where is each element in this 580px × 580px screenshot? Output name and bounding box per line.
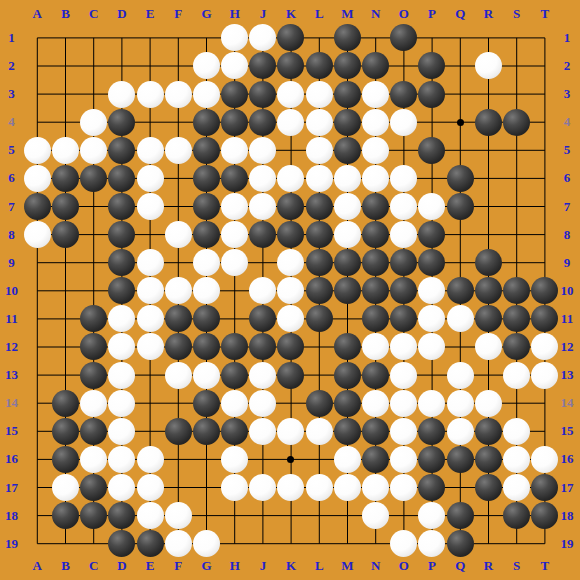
intersection-S15[interactable] <box>502 417 530 445</box>
intersection-A1[interactable] <box>23 24 51 52</box>
intersection-H9[interactable] <box>221 249 249 277</box>
intersection-E10[interactable] <box>136 277 164 305</box>
intersection-N5[interactable] <box>361 136 389 164</box>
intersection-Q8[interactable] <box>446 221 474 249</box>
intersection-B14[interactable] <box>51 389 79 417</box>
intersection-P13[interactable] <box>418 361 446 389</box>
intersection-H18[interactable] <box>221 501 249 529</box>
intersection-D2[interactable] <box>108 52 136 80</box>
intersection-L15[interactable] <box>305 417 333 445</box>
intersection-P2[interactable] <box>418 52 446 80</box>
intersection-H1[interactable] <box>221 24 249 52</box>
intersection-L1[interactable] <box>305 24 333 52</box>
intersection-F5[interactable] <box>164 136 192 164</box>
intersection-Q14[interactable] <box>446 389 474 417</box>
intersection-B18[interactable] <box>51 501 79 529</box>
intersection-A4[interactable] <box>23 108 51 136</box>
intersection-F15[interactable] <box>164 417 192 445</box>
intersection-S3[interactable] <box>502 80 530 108</box>
intersection-C3[interactable] <box>80 80 108 108</box>
intersection-H14[interactable] <box>221 389 249 417</box>
intersection-K18[interactable] <box>277 501 305 529</box>
intersection-D19[interactable] <box>108 530 136 558</box>
intersection-K9[interactable] <box>277 249 305 277</box>
intersection-N15[interactable] <box>361 417 389 445</box>
intersection-N4[interactable] <box>361 108 389 136</box>
intersection-E11[interactable] <box>136 305 164 333</box>
intersection-G11[interactable] <box>192 305 220 333</box>
intersection-Q10[interactable] <box>446 277 474 305</box>
intersection-F3[interactable] <box>164 80 192 108</box>
intersection-D16[interactable] <box>108 445 136 473</box>
intersection-M9[interactable] <box>333 249 361 277</box>
intersection-G18[interactable] <box>192 501 220 529</box>
intersection-T8[interactable] <box>531 221 559 249</box>
intersection-O8[interactable] <box>390 221 418 249</box>
intersection-C4[interactable] <box>80 108 108 136</box>
intersection-F16[interactable] <box>164 445 192 473</box>
intersection-M16[interactable] <box>333 445 361 473</box>
intersection-J17[interactable] <box>249 473 277 501</box>
intersection-E17[interactable] <box>136 473 164 501</box>
intersection-H13[interactable] <box>221 361 249 389</box>
intersection-K13[interactable] <box>277 361 305 389</box>
intersection-K4[interactable] <box>277 108 305 136</box>
intersection-A2[interactable] <box>23 52 51 80</box>
intersection-D17[interactable] <box>108 473 136 501</box>
intersection-A17[interactable] <box>23 473 51 501</box>
intersection-L7[interactable] <box>305 192 333 220</box>
intersection-E2[interactable] <box>136 52 164 80</box>
intersection-Q6[interactable] <box>446 164 474 192</box>
intersection-Q11[interactable] <box>446 305 474 333</box>
intersection-K19[interactable] <box>277 530 305 558</box>
intersection-H5[interactable] <box>221 136 249 164</box>
intersection-M2[interactable] <box>333 52 361 80</box>
intersection-K12[interactable] <box>277 333 305 361</box>
intersection-H11[interactable] <box>221 305 249 333</box>
intersection-T9[interactable] <box>531 249 559 277</box>
intersection-P4[interactable] <box>418 108 446 136</box>
intersection-A8[interactable] <box>23 221 51 249</box>
intersection-A16[interactable] <box>23 445 51 473</box>
intersection-P16[interactable] <box>418 445 446 473</box>
intersection-P12[interactable] <box>418 333 446 361</box>
intersection-H4[interactable] <box>221 108 249 136</box>
intersection-E16[interactable] <box>136 445 164 473</box>
intersection-B17[interactable] <box>51 473 79 501</box>
intersection-E19[interactable] <box>136 530 164 558</box>
intersection-R2[interactable] <box>474 52 502 80</box>
intersection-B1[interactable] <box>51 24 79 52</box>
intersection-L13[interactable] <box>305 361 333 389</box>
intersection-A10[interactable] <box>23 277 51 305</box>
intersection-C2[interactable] <box>80 52 108 80</box>
intersection-O1[interactable] <box>390 24 418 52</box>
intersection-K14[interactable] <box>277 389 305 417</box>
intersection-T10[interactable] <box>531 277 559 305</box>
intersection-F7[interactable] <box>164 192 192 220</box>
intersection-B8[interactable] <box>51 221 79 249</box>
intersection-B3[interactable] <box>51 80 79 108</box>
intersection-E5[interactable] <box>136 136 164 164</box>
intersection-M15[interactable] <box>333 417 361 445</box>
intersection-C18[interactable] <box>80 501 108 529</box>
intersection-F17[interactable] <box>164 473 192 501</box>
intersection-G8[interactable] <box>192 221 220 249</box>
intersection-S6[interactable] <box>502 164 530 192</box>
intersection-A11[interactable] <box>23 305 51 333</box>
intersection-P9[interactable] <box>418 249 446 277</box>
intersection-D14[interactable] <box>108 389 136 417</box>
intersection-H6[interactable] <box>221 164 249 192</box>
intersection-R14[interactable] <box>474 389 502 417</box>
intersection-J11[interactable] <box>249 305 277 333</box>
intersection-O13[interactable] <box>390 361 418 389</box>
intersection-G15[interactable] <box>192 417 220 445</box>
intersection-F4[interactable] <box>164 108 192 136</box>
intersection-J7[interactable] <box>249 192 277 220</box>
intersection-A12[interactable] <box>23 333 51 361</box>
intersection-A18[interactable] <box>23 501 51 529</box>
intersection-O19[interactable] <box>390 530 418 558</box>
intersection-F12[interactable] <box>164 333 192 361</box>
intersection-E6[interactable] <box>136 164 164 192</box>
intersection-F1[interactable] <box>164 24 192 52</box>
intersection-J18[interactable] <box>249 501 277 529</box>
intersection-T15[interactable] <box>531 417 559 445</box>
intersection-F19[interactable] <box>164 530 192 558</box>
intersection-F10[interactable] <box>164 277 192 305</box>
intersection-G5[interactable] <box>192 136 220 164</box>
intersection-A5[interactable] <box>23 136 51 164</box>
intersection-B16[interactable] <box>51 445 79 473</box>
intersection-C13[interactable] <box>80 361 108 389</box>
intersection-B7[interactable] <box>51 192 79 220</box>
intersection-L4[interactable] <box>305 108 333 136</box>
intersection-S9[interactable] <box>502 249 530 277</box>
intersection-C8[interactable] <box>80 221 108 249</box>
intersection-Q17[interactable] <box>446 473 474 501</box>
intersection-L10[interactable] <box>305 277 333 305</box>
intersection-K1[interactable] <box>277 24 305 52</box>
intersection-H7[interactable] <box>221 192 249 220</box>
intersection-L12[interactable] <box>305 333 333 361</box>
intersection-M10[interactable] <box>333 277 361 305</box>
intersection-F2[interactable] <box>164 52 192 80</box>
intersection-S16[interactable] <box>502 445 530 473</box>
intersection-K11[interactable] <box>277 305 305 333</box>
intersection-J1[interactable] <box>249 24 277 52</box>
intersection-C11[interactable] <box>80 305 108 333</box>
intersection-J3[interactable] <box>249 80 277 108</box>
intersection-J10[interactable] <box>249 277 277 305</box>
intersection-G4[interactable] <box>192 108 220 136</box>
intersection-M12[interactable] <box>333 333 361 361</box>
intersection-S14[interactable] <box>502 389 530 417</box>
intersection-O10[interactable] <box>390 277 418 305</box>
intersection-T2[interactable] <box>531 52 559 80</box>
intersection-N2[interactable] <box>361 52 389 80</box>
intersection-H15[interactable] <box>221 417 249 445</box>
intersection-G13[interactable] <box>192 361 220 389</box>
intersection-C16[interactable] <box>80 445 108 473</box>
intersection-G3[interactable] <box>192 80 220 108</box>
intersection-S17[interactable] <box>502 473 530 501</box>
intersection-M7[interactable] <box>333 192 361 220</box>
intersection-M11[interactable] <box>333 305 361 333</box>
intersection-T16[interactable] <box>531 445 559 473</box>
intersection-R7[interactable] <box>474 192 502 220</box>
intersection-G2[interactable] <box>192 52 220 80</box>
intersection-K3[interactable] <box>277 80 305 108</box>
intersection-R1[interactable] <box>474 24 502 52</box>
intersection-N7[interactable] <box>361 192 389 220</box>
intersection-J2[interactable] <box>249 52 277 80</box>
intersection-P6[interactable] <box>418 164 446 192</box>
intersection-H12[interactable] <box>221 333 249 361</box>
intersection-L5[interactable] <box>305 136 333 164</box>
intersection-K7[interactable] <box>277 192 305 220</box>
intersection-Q5[interactable] <box>446 136 474 164</box>
intersection-M3[interactable] <box>333 80 361 108</box>
intersection-N14[interactable] <box>361 389 389 417</box>
intersection-Q1[interactable] <box>446 24 474 52</box>
intersection-O4[interactable] <box>390 108 418 136</box>
intersection-O7[interactable] <box>390 192 418 220</box>
intersection-P10[interactable] <box>418 277 446 305</box>
intersection-G14[interactable] <box>192 389 220 417</box>
intersection-R5[interactable] <box>474 136 502 164</box>
intersection-F13[interactable] <box>164 361 192 389</box>
intersection-F6[interactable] <box>164 164 192 192</box>
intersection-R19[interactable] <box>474 530 502 558</box>
intersection-S19[interactable] <box>502 530 530 558</box>
intersection-E9[interactable] <box>136 249 164 277</box>
intersection-D13[interactable] <box>108 361 136 389</box>
intersection-D7[interactable] <box>108 192 136 220</box>
intersection-P15[interactable] <box>418 417 446 445</box>
intersection-H19[interactable] <box>221 530 249 558</box>
intersection-S5[interactable] <box>502 136 530 164</box>
intersection-N3[interactable] <box>361 80 389 108</box>
intersection-H17[interactable] <box>221 473 249 501</box>
intersection-Q9[interactable] <box>446 249 474 277</box>
intersection-O15[interactable] <box>390 417 418 445</box>
intersection-M19[interactable] <box>333 530 361 558</box>
intersection-J8[interactable] <box>249 221 277 249</box>
intersection-N13[interactable] <box>361 361 389 389</box>
intersection-D8[interactable] <box>108 221 136 249</box>
intersection-G1[interactable] <box>192 24 220 52</box>
intersection-Q3[interactable] <box>446 80 474 108</box>
intersection-C1[interactable] <box>80 24 108 52</box>
intersection-G16[interactable] <box>192 445 220 473</box>
intersection-S7[interactable] <box>502 192 530 220</box>
intersection-B4[interactable] <box>51 108 79 136</box>
intersection-C10[interactable] <box>80 277 108 305</box>
intersection-J13[interactable] <box>249 361 277 389</box>
intersection-D15[interactable] <box>108 417 136 445</box>
intersection-M14[interactable] <box>333 389 361 417</box>
intersection-D11[interactable] <box>108 305 136 333</box>
intersection-M18[interactable] <box>333 501 361 529</box>
intersection-P3[interactable] <box>418 80 446 108</box>
intersection-G7[interactable] <box>192 192 220 220</box>
intersection-Q2[interactable] <box>446 52 474 80</box>
intersection-A6[interactable] <box>23 164 51 192</box>
intersection-K17[interactable] <box>277 473 305 501</box>
intersection-E8[interactable] <box>136 221 164 249</box>
intersection-O9[interactable] <box>390 249 418 277</box>
intersection-B15[interactable] <box>51 417 79 445</box>
intersection-J14[interactable] <box>249 389 277 417</box>
intersection-E18[interactable] <box>136 501 164 529</box>
intersection-Q16[interactable] <box>446 445 474 473</box>
intersection-H2[interactable] <box>221 52 249 80</box>
intersection-C19[interactable] <box>80 530 108 558</box>
intersection-T12[interactable] <box>531 333 559 361</box>
intersection-O12[interactable] <box>390 333 418 361</box>
intersection-N11[interactable] <box>361 305 389 333</box>
intersection-F8[interactable] <box>164 221 192 249</box>
intersection-B13[interactable] <box>51 361 79 389</box>
intersection-F14[interactable] <box>164 389 192 417</box>
intersection-M1[interactable] <box>333 24 361 52</box>
intersection-B11[interactable] <box>51 305 79 333</box>
intersection-R8[interactable] <box>474 221 502 249</box>
intersection-R15[interactable] <box>474 417 502 445</box>
intersection-D9[interactable] <box>108 249 136 277</box>
intersection-D12[interactable] <box>108 333 136 361</box>
intersection-P1[interactable] <box>418 24 446 52</box>
intersection-J9[interactable] <box>249 249 277 277</box>
intersection-N12[interactable] <box>361 333 389 361</box>
intersection-M17[interactable] <box>333 473 361 501</box>
intersection-M4[interactable] <box>333 108 361 136</box>
intersection-C5[interactable] <box>80 136 108 164</box>
intersection-P17[interactable] <box>418 473 446 501</box>
intersection-S10[interactable] <box>502 277 530 305</box>
intersection-D18[interactable] <box>108 501 136 529</box>
intersection-L8[interactable] <box>305 221 333 249</box>
intersection-O17[interactable] <box>390 473 418 501</box>
intersection-C7[interactable] <box>80 192 108 220</box>
intersection-J15[interactable] <box>249 417 277 445</box>
intersection-E14[interactable] <box>136 389 164 417</box>
intersection-T4[interactable] <box>531 108 559 136</box>
intersection-D1[interactable] <box>108 24 136 52</box>
intersection-K15[interactable] <box>277 417 305 445</box>
intersection-B5[interactable] <box>51 136 79 164</box>
intersection-O6[interactable] <box>390 164 418 192</box>
intersection-P19[interactable] <box>418 530 446 558</box>
intersection-B9[interactable] <box>51 249 79 277</box>
intersection-K6[interactable] <box>277 164 305 192</box>
intersection-M8[interactable] <box>333 221 361 249</box>
intersection-A7[interactable] <box>23 192 51 220</box>
intersection-P18[interactable] <box>418 501 446 529</box>
intersection-Q7[interactable] <box>446 192 474 220</box>
intersection-A3[interactable] <box>23 80 51 108</box>
intersection-B6[interactable] <box>51 164 79 192</box>
intersection-R10[interactable] <box>474 277 502 305</box>
intersection-D6[interactable] <box>108 164 136 192</box>
intersection-M13[interactable] <box>333 361 361 389</box>
intersection-L18[interactable] <box>305 501 333 529</box>
intersection-Q13[interactable] <box>446 361 474 389</box>
intersection-T1[interactable] <box>531 24 559 52</box>
intersection-L9[interactable] <box>305 249 333 277</box>
intersection-S12[interactable] <box>502 333 530 361</box>
intersection-S4[interactable] <box>502 108 530 136</box>
intersection-P7[interactable] <box>418 192 446 220</box>
intersection-E3[interactable] <box>136 80 164 108</box>
intersection-G10[interactable] <box>192 277 220 305</box>
intersection-C14[interactable] <box>80 389 108 417</box>
intersection-L6[interactable] <box>305 164 333 192</box>
intersection-D5[interactable] <box>108 136 136 164</box>
intersection-B2[interactable] <box>51 52 79 80</box>
intersection-P8[interactable] <box>418 221 446 249</box>
intersection-A14[interactable] <box>23 389 51 417</box>
intersection-C17[interactable] <box>80 473 108 501</box>
intersection-D10[interactable] <box>108 277 136 305</box>
intersection-L2[interactable] <box>305 52 333 80</box>
intersection-N1[interactable] <box>361 24 389 52</box>
intersection-R17[interactable] <box>474 473 502 501</box>
intersection-G12[interactable] <box>192 333 220 361</box>
intersection-S18[interactable] <box>502 501 530 529</box>
intersection-T5[interactable] <box>531 136 559 164</box>
intersection-O16[interactable] <box>390 445 418 473</box>
intersection-N10[interactable] <box>361 277 389 305</box>
intersection-N9[interactable] <box>361 249 389 277</box>
intersection-E1[interactable] <box>136 24 164 52</box>
intersection-S1[interactable] <box>502 24 530 52</box>
intersection-T11[interactable] <box>531 305 559 333</box>
intersection-R11[interactable] <box>474 305 502 333</box>
intersection-N19[interactable] <box>361 530 389 558</box>
intersection-R12[interactable] <box>474 333 502 361</box>
intersection-L11[interactable] <box>305 305 333 333</box>
intersection-F11[interactable] <box>164 305 192 333</box>
intersection-J16[interactable] <box>249 445 277 473</box>
intersection-L17[interactable] <box>305 473 333 501</box>
intersection-M5[interactable] <box>333 136 361 164</box>
intersection-G9[interactable] <box>192 249 220 277</box>
intersection-C15[interactable] <box>80 417 108 445</box>
intersection-D4[interactable] <box>108 108 136 136</box>
intersection-H3[interactable] <box>221 80 249 108</box>
intersection-B19[interactable] <box>51 530 79 558</box>
intersection-N18[interactable] <box>361 501 389 529</box>
intersection-F18[interactable] <box>164 501 192 529</box>
intersection-H10[interactable] <box>221 277 249 305</box>
intersection-H16[interactable] <box>221 445 249 473</box>
intersection-R3[interactable] <box>474 80 502 108</box>
intersection-S13[interactable] <box>502 361 530 389</box>
intersection-J12[interactable] <box>249 333 277 361</box>
intersection-Q4[interactable] <box>446 108 474 136</box>
intersection-S11[interactable] <box>502 305 530 333</box>
intersection-E7[interactable] <box>136 192 164 220</box>
intersection-E12[interactable] <box>136 333 164 361</box>
intersection-O2[interactable] <box>390 52 418 80</box>
intersection-R9[interactable] <box>474 249 502 277</box>
intersection-J5[interactable] <box>249 136 277 164</box>
intersection-N6[interactable] <box>361 164 389 192</box>
